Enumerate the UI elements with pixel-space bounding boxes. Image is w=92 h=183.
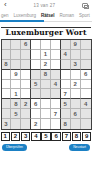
sudoku-cell-r7c1[interactable] [2, 99, 12, 109]
tab-gen[interactable]: gen [1, 13, 9, 18]
sudoku-cell-r2c9[interactable] [81, 50, 91, 60]
sudoku-cell-r7c7[interactable]: 5 [61, 99, 71, 109]
sudoku-cell-r5c7[interactable] [61, 80, 71, 90]
numpad-key-7[interactable]: 7 [62, 132, 72, 141]
sudoku-cell-r4c4[interactable] [31, 70, 41, 80]
sudoku-cell-r9c9[interactable] [81, 119, 91, 129]
numpad-key-1[interactable]: 1 [1, 132, 11, 141]
sudoku-cell-r6c9[interactable] [81, 89, 91, 99]
numpad-key-6[interactable]: 6 [51, 132, 61, 141]
sudoku-cell-r1c4[interactable] [31, 40, 41, 50]
sudoku-cell-r2c2[interactable] [11, 50, 21, 60]
tab-luxemburg[interactable]: Luxemburg [14, 13, 37, 18]
sudoku-cell-r8c3[interactable] [21, 109, 31, 119]
sudoku-cell-r4c3[interactable] [21, 70, 31, 80]
sudoku-cell-r6c1[interactable] [2, 89, 12, 99]
numpad-key-4[interactable]: 4 [31, 132, 41, 141]
sudoku-cell-r7c9[interactable]: 4 [81, 99, 91, 109]
sudoku-cell-r9c5[interactable] [41, 119, 51, 129]
sudoku-cell-r9c4[interactable]: 2 [31, 119, 41, 129]
sudoku-cell-r8c2[interactable]: 5 [11, 109, 21, 119]
numpad-key-5[interactable]: 5 [41, 132, 51, 141]
sudoku-cell-r6c2[interactable]: 1 [11, 89, 21, 99]
sudoku-cell-r3c3[interactable] [21, 60, 31, 70]
sudoku-cell-r9c3[interactable] [21, 119, 31, 129]
sudoku-cell-r6c4[interactable] [31, 89, 41, 99]
sudoku-cell-r2c5[interactable]: 1 [41, 50, 51, 60]
number-pad: 123456789 [1, 132, 92, 141]
sudoku-cell-r3c9[interactable] [81, 60, 91, 70]
sudoku-cell-r1c1[interactable] [2, 40, 12, 50]
sudoku-cell-r1c8[interactable]: 9 [71, 40, 81, 50]
sudoku-cell-r5c6[interactable]: 4 [51, 80, 61, 90]
masthead-title: Luxemburger Wort [0, 28, 92, 38]
sudoku-cell-r8c5[interactable] [41, 109, 51, 119]
page-indicator: 13 van 27 [34, 3, 56, 8]
sudoku-cell-r2c8[interactable] [71, 50, 81, 60]
numpad-key-8[interactable]: 8 [72, 132, 82, 141]
sudoku-cell-r8c7[interactable] [61, 109, 71, 119]
sudoku-cell-r7c4[interactable]: 6 [31, 99, 41, 109]
sudoku-cell-r9c6[interactable] [51, 119, 61, 129]
numpad-key-2[interactable]: 2 [11, 132, 21, 141]
sudoku-cell-r8c6[interactable]: 7 [51, 109, 61, 119]
check-button[interactable]: Überprüfen [2, 144, 27, 151]
sudoku-cell-r4c1[interactable] [2, 70, 12, 80]
tabs-list: genLuxemburgRätselRomanSportTo [0, 10, 92, 20]
sudoku-cell-r3c2[interactable] [11, 60, 21, 70]
sudoku-cell-r9c8[interactable] [71, 119, 81, 129]
sudoku-cell-r7c5[interactable] [41, 99, 51, 109]
sudoku-cell-r1c7[interactable] [61, 40, 71, 50]
sudoku-cell-r7c6[interactable] [51, 99, 61, 109]
sudoku-cell-r3c8[interactable]: 3 [71, 60, 81, 70]
newspaper-masthead: Luxemburger Wort [0, 27, 92, 38]
sudoku-cell-r9c7[interactable]: 8 [61, 119, 71, 129]
sudoku-cell-r7c2[interactable]: 8 [11, 99, 21, 109]
sudoku-cell-r5c9[interactable] [81, 80, 91, 90]
sudoku-cell-r6c8[interactable] [71, 89, 81, 99]
sudoku-cell-r8c9[interactable] [81, 109, 91, 119]
active-tab-underline [0, 20, 44, 22]
numpad-key-9[interactable]: 9 [82, 132, 92, 141]
sudoku-cell-r4c5[interactable]: 8 [41, 70, 51, 80]
sudoku-cell-r5c2[interactable] [11, 80, 21, 90]
sudoku-cell-r5c4[interactable]: 5 [31, 80, 41, 90]
sudoku-cell-r5c8[interactable]: 2 [71, 80, 81, 90]
sudoku-cell-r6c5[interactable] [41, 89, 51, 99]
tab-sport[interactable]: Sport [79, 13, 90, 18]
sudoku-cell-r6c7[interactable]: 7 [61, 89, 71, 99]
sudoku-cell-r2c3[interactable] [21, 50, 31, 60]
sudoku-cell-r3c6[interactable] [51, 60, 61, 70]
sudoku-cell-r3c5[interactable]: 2 [41, 60, 51, 70]
tab-roman[interactable]: Roman [60, 13, 75, 18]
back-chevron-icon[interactable]: ‹ [4, 1, 7, 9]
sudoku-cell-r7c3[interactable]: 2 [21, 99, 31, 109]
sudoku-cell-r2c7[interactable]: 4 [61, 50, 71, 60]
sudoku-cell-r6c6[interactable] [51, 89, 61, 99]
sudoku-cell-r2c6[interactable] [51, 50, 61, 60]
sudoku-cell-r5c5[interactable] [41, 80, 51, 90]
sudoku-cell-r3c1[interactable]: 8 [2, 60, 12, 70]
sudoku-cell-r1c6[interactable] [51, 40, 61, 50]
sudoku-cell-r9c1[interactable]: 3 [2, 119, 12, 129]
sudoku-cell-r3c4[interactable] [31, 60, 41, 70]
sudoku-cell-r1c3[interactable]: 6 [21, 40, 31, 50]
sudoku-cell-r4c8[interactable] [71, 70, 81, 80]
epaper-screen: ‹ 13 van 27 genLuxemburgRätselRomanSport… [0, 0, 92, 183]
sudoku-cell-r4c2[interactable]: 9 [11, 70, 21, 80]
sudoku-cell-r2c4[interactable] [31, 50, 41, 60]
sudoku-cell-r5c3[interactable] [21, 80, 31, 90]
pages-overview-icon[interactable] [82, 3, 88, 8]
sudoku-cell-r9c2[interactable] [11, 119, 21, 129]
sudoku-cell-r5c1[interactable] [2, 80, 12, 90]
sudoku-cell-r6c3[interactable] [21, 89, 31, 99]
sudoku-cell-r8c8[interactable]: 6 [71, 109, 81, 119]
action-buttons-row: Überprüfen Neustart [0, 144, 92, 151]
sudoku-cell-r8c4[interactable] [31, 109, 41, 119]
sudoku-cell-r2c1[interactable] [2, 50, 12, 60]
sudoku-cell-r7c8[interactable] [71, 99, 81, 109]
top-bar: ‹ 13 van 27 [0, 0, 92, 10]
sudoku-cell-r1c9[interactable] [81, 40, 91, 50]
sudoku-cell-r3c7[interactable] [61, 60, 71, 70]
tab-rätsel[interactable]: Rätsel [41, 13, 55, 18]
sudoku-cell-r4c9[interactable]: 6 [81, 70, 91, 80]
restart-button[interactable]: Neustart [69, 144, 90, 151]
sudoku-cell-r1c5[interactable] [41, 40, 51, 50]
sudoku-cell-r4c6[interactable] [51, 70, 61, 80]
sudoku-cell-r4c7[interactable] [61, 70, 71, 80]
sudoku-cell-r8c1[interactable] [2, 109, 12, 119]
numpad-key-3[interactable]: 3 [21, 132, 31, 141]
section-tab-bar: genLuxemburgRätselRomanSportTo [0, 10, 92, 22]
sudoku-cell-r1c2[interactable] [11, 40, 21, 50]
sudoku-board: 69148239865421782654576328 [1, 39, 92, 130]
